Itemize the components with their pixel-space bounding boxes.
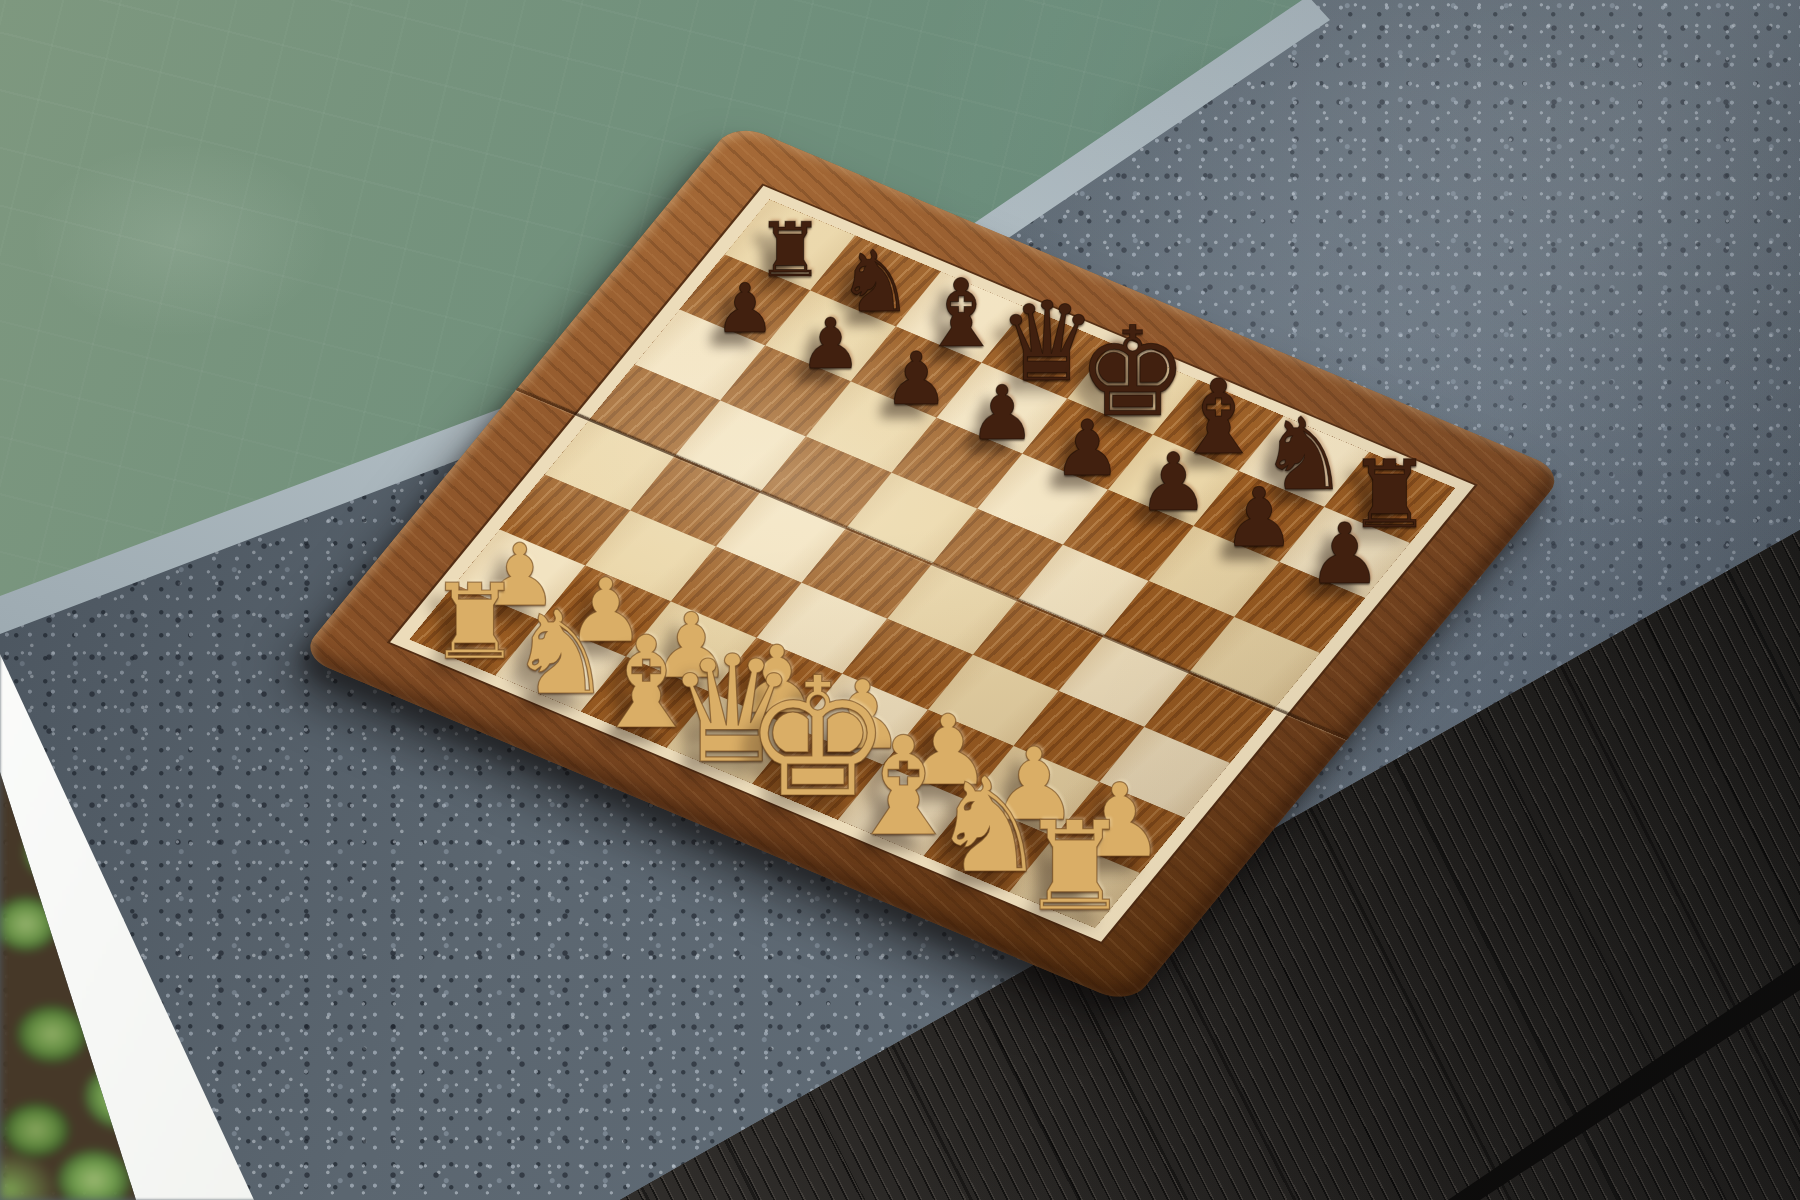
piece-black-pawn-d7[interactable]: ♟ [968,376,1035,451]
piece-black-pawn-a7[interactable]: ♟ [714,275,775,343]
piece-black-pawn-e7[interactable]: ♟ [1053,410,1122,487]
poolside-scene: ♜♞♟♝♟♛♟♚♟♝♟♞♟♜♟♟♟♟♜♟♞♟♝♟♛♟♚♟♝♟♞♜ [0,0,1800,1200]
piece-black-pawn-c7[interactable]: ♟ [884,342,949,415]
piece-black-pawn-f7[interactable]: ♟ [1137,444,1209,524]
piece-black-pawn-b7[interactable]: ♟ [799,309,862,379]
piece-black-pawn-h7[interactable]: ♟ [1307,512,1382,596]
piece-black-pawn-g7[interactable]: ♟ [1222,478,1296,560]
piece-white-rook-h1[interactable]: ♜ [1020,804,1130,927]
piece-white-rook-a1[interactable]: ♜ [428,570,521,674]
